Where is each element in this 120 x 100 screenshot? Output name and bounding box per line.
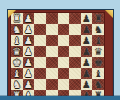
piece-wR[interactable]: ♜: [12, 14, 21, 24]
square-r7c1[interactable]: ♞: [11, 79, 23, 90]
piece-bP[interactable]: ♟: [82, 58, 91, 68]
square-r7c3[interactable]: [34, 79, 46, 90]
piece-bB[interactable]: ♝: [94, 69, 103, 79]
piece-bQ[interactable]: ♛: [94, 47, 103, 57]
square-r5c3[interactable]: [34, 57, 46, 68]
square-r6c1[interactable]: ♝: [11, 68, 23, 79]
piece-wQ[interactable]: ♛: [12, 47, 21, 57]
piece-bN[interactable]: ♞: [94, 25, 103, 35]
square-r3c6[interactable]: [69, 35, 81, 46]
piece-wP[interactable]: ♟: [24, 14, 33, 24]
square-r5c1[interactable]: ♚: [11, 57, 23, 68]
piece-wN[interactable]: ♞: [12, 80, 21, 90]
piece-bK[interactable]: ♚: [94, 58, 103, 68]
square-r6c3[interactable]: [34, 68, 46, 79]
square-r7c7[interactable]: ♟: [81, 79, 93, 90]
piece-wP[interactable]: ♟: [24, 25, 33, 35]
square-r2c6[interactable]: [69, 24, 81, 35]
square-r4c3[interactable]: [34, 46, 46, 57]
square-r4c2[interactable]: ♟: [23, 46, 35, 57]
square-r1c1[interactable]: ♜: [11, 13, 23, 24]
square-r6c6[interactable]: [69, 68, 81, 79]
piece-bP[interactable]: ♟: [82, 25, 91, 35]
piece-bR[interactable]: ♜: [94, 14, 103, 24]
square-r5c2[interactable]: ♟: [23, 57, 35, 68]
piece-wP[interactable]: ♟: [24, 80, 33, 90]
piece-wB[interactable]: ♝: [12, 36, 21, 46]
square-r5c4[interactable]: [46, 57, 58, 68]
square-r3c2[interactable]: ♟: [23, 35, 35, 46]
piece-wB[interactable]: ♝: [12, 69, 21, 79]
piece-bB[interactable]: ♝: [94, 36, 103, 46]
square-r3c4[interactable]: [46, 35, 58, 46]
piece-wP[interactable]: ♟: [24, 69, 33, 79]
square-r7c5[interactable]: [58, 79, 70, 90]
square-r1c6[interactable]: [69, 13, 81, 24]
square-r1c7[interactable]: ♟: [81, 13, 93, 24]
square-r7c4[interactable]: [46, 79, 58, 90]
square-r1c4[interactable]: [46, 13, 58, 24]
piece-bP[interactable]: ♟: [82, 47, 91, 57]
square-r6c4[interactable]: [46, 68, 58, 79]
square-r3c7[interactable]: ♟: [81, 35, 93, 46]
square-r1c8[interactable]: ♜: [92, 13, 104, 24]
square-r6c7[interactable]: ♟: [81, 68, 93, 79]
piece-bP[interactable]: ♟: [82, 14, 91, 24]
piece-bN[interactable]: ♞: [94, 80, 103, 90]
gold-corner-right-icon: [105, 10, 113, 18]
square-r6c5[interactable]: [58, 68, 70, 79]
square-r2c7[interactable]: ♟: [81, 24, 93, 35]
square-r5c7[interactable]: ♟: [81, 57, 93, 68]
square-r3c1[interactable]: ♝: [11, 35, 23, 46]
square-r4c6[interactable]: [69, 46, 81, 57]
square-r2c2[interactable]: ♟: [23, 24, 35, 35]
board-window: ♜♟♟♜♞♟♟♞♝♟♟♝♛♟♟♛♚♟♟♚♝♟♟♝♞♟♟♞♜♟♟♜: [7, 9, 114, 100]
square-r4c7[interactable]: ♟: [81, 46, 93, 57]
square-r2c4[interactable]: [46, 24, 58, 35]
piece-wN[interactable]: ♞: [12, 25, 21, 35]
square-r6c8[interactable]: ♝: [92, 68, 104, 79]
piece-bP[interactable]: ♟: [82, 36, 91, 46]
square-r2c8[interactable]: ♞: [92, 24, 104, 35]
square-r5c8[interactable]: ♚: [92, 57, 104, 68]
square-r3c5[interactable]: [58, 35, 70, 46]
square-r7c2[interactable]: ♟: [23, 79, 35, 90]
square-r4c8[interactable]: ♛: [92, 46, 104, 57]
piece-wP[interactable]: ♟: [24, 36, 33, 46]
square-r6c2[interactable]: ♟: [23, 68, 35, 79]
piece-wP[interactable]: ♟: [24, 58, 33, 68]
square-r7c8[interactable]: ♞: [92, 79, 104, 90]
piece-bP[interactable]: ♟: [82, 80, 91, 90]
piece-wP[interactable]: ♟: [24, 47, 33, 57]
square-r4c5[interactable]: [58, 46, 70, 57]
square-r1c5[interactable]: [58, 13, 70, 24]
square-r5c6[interactable]: [69, 57, 81, 68]
piece-wK[interactable]: ♚: [12, 58, 21, 68]
square-r2c5[interactable]: [58, 24, 70, 35]
square-r3c8[interactable]: ♝: [92, 35, 104, 46]
square-r1c3[interactable]: [34, 13, 46, 24]
square-r3c3[interactable]: [34, 35, 46, 46]
square-r4c4[interactable]: [46, 46, 58, 57]
piece-bP[interactable]: ♟: [82, 69, 91, 79]
desktop-background: ♜♟♟♜♞♟♟♞♝♟♟♝♛♟♟♛♚♟♟♚♝♟♟♝♞♟♟♞♜♟♟♜: [0, 0, 120, 100]
square-r4c1[interactable]: ♛: [11, 46, 23, 57]
square-r5c5[interactable]: [58, 57, 70, 68]
square-r2c1[interactable]: ♞: [11, 24, 23, 35]
chess-board: ♜♟♟♜♞♟♟♞♝♟♟♝♛♟♟♛♚♟♟♚♝♟♟♝♞♟♟♞♜♟♟♜: [11, 13, 104, 100]
square-r7c6[interactable]: [69, 79, 81, 90]
bottom-band: [0, 96, 120, 100]
square-r2c3[interactable]: [34, 24, 46, 35]
square-r1c2[interactable]: ♟: [23, 13, 35, 24]
